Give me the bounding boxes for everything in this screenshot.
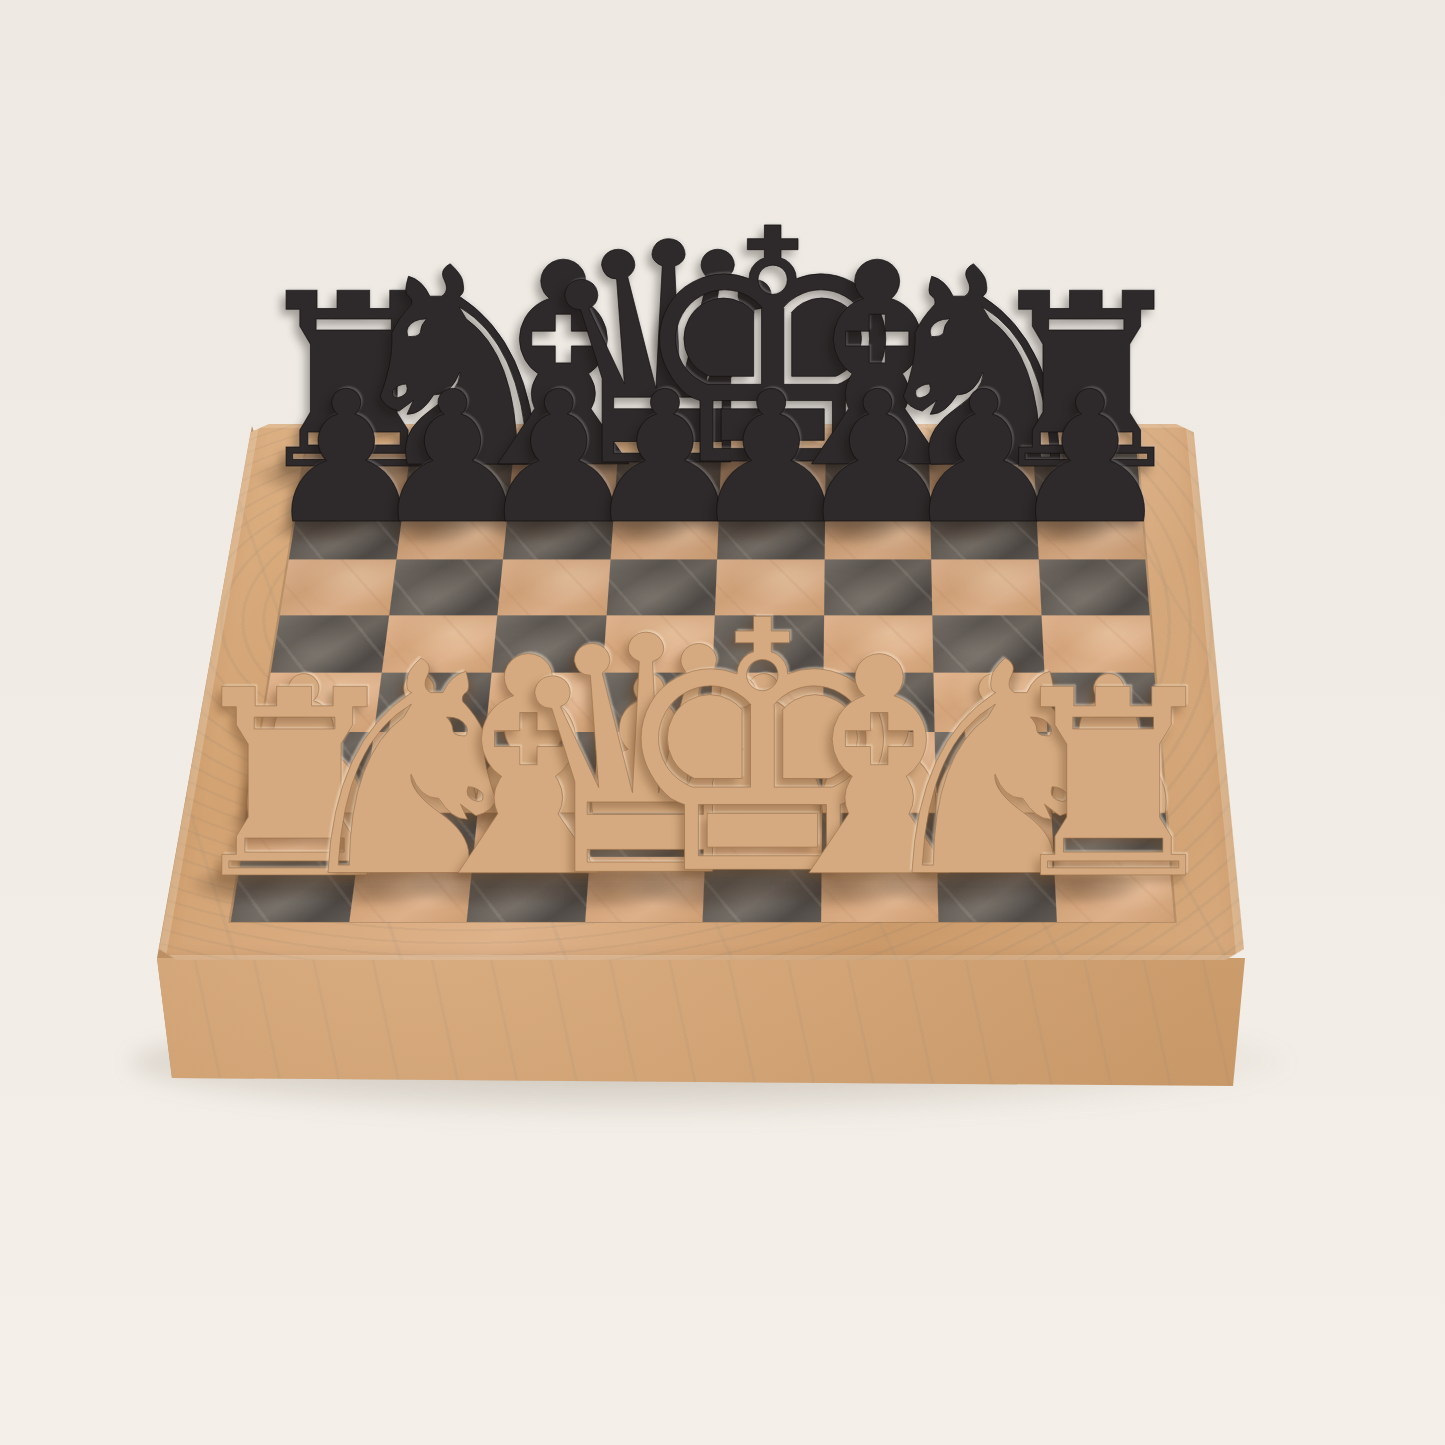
photo-scene: ♜♞♝♛♚♝♞♜♟♟♟♟♟♟♟♟♟♟♟♟♟♟♟♟♜♞♝♛♚♝♞♜ (0, 0, 1445, 1445)
piece-black-pawn-h7[interactable]: ♟ (1008, 368, 1171, 550)
pieces-layer: ♜♞♝♛♚♝♞♜♟♟♟♟♟♟♟♟♟♟♟♟♟♟♟♟♜♞♝♛♚♝♞♜ (0, 0, 1445, 1445)
piece-white-rook-h1[interactable]: ♜ (997, 656, 1228, 914)
